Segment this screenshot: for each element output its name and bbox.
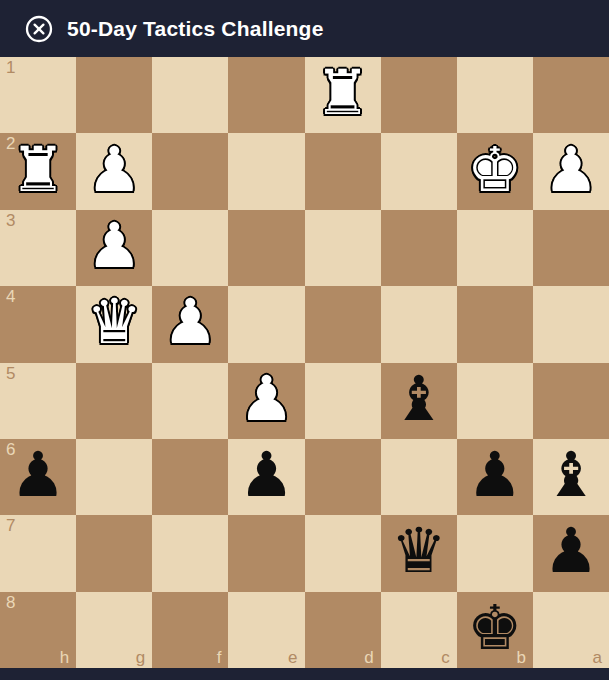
square-d2[interactable] bbox=[305, 133, 381, 209]
piece-white-pawn-g2[interactable]: ♟ bbox=[86, 139, 142, 201]
rank-label-3: 3 bbox=[6, 212, 15, 229]
rank-label-7: 7 bbox=[6, 517, 15, 534]
square-b7[interactable] bbox=[457, 515, 533, 591]
footer-strip bbox=[0, 668, 609, 680]
square-g7[interactable] bbox=[76, 515, 152, 591]
piece-white-rook-h2[interactable]: ♜ bbox=[10, 139, 66, 201]
square-g6[interactable] bbox=[76, 439, 152, 515]
square-g4[interactable]: ♛ bbox=[76, 286, 152, 362]
square-e3[interactable] bbox=[228, 210, 304, 286]
square-e5[interactable]: ♟ bbox=[228, 363, 304, 439]
square-h4[interactable]: 4 bbox=[0, 286, 76, 362]
square-b5[interactable] bbox=[457, 363, 533, 439]
rank-label-5: 5 bbox=[6, 365, 15, 382]
page-title: 50-Day Tactics Challenge bbox=[67, 17, 324, 41]
square-a7[interactable]: ♟ bbox=[533, 515, 609, 591]
square-h5[interactable]: 5 bbox=[0, 363, 76, 439]
square-a5[interactable] bbox=[533, 363, 609, 439]
square-c2[interactable] bbox=[381, 133, 457, 209]
square-f3[interactable] bbox=[152, 210, 228, 286]
square-a3[interactable] bbox=[533, 210, 609, 286]
piece-white-rook-d1[interactable]: ♜ bbox=[315, 62, 371, 124]
square-h8[interactable]: 8h bbox=[0, 592, 76, 668]
square-c3[interactable] bbox=[381, 210, 457, 286]
file-label-d: d bbox=[364, 649, 373, 666]
file-label-g: g bbox=[136, 649, 145, 666]
square-h6[interactable]: 6♟ bbox=[0, 439, 76, 515]
piece-black-pawn-h6[interactable]: ♟ bbox=[10, 444, 66, 506]
piece-white-pawn-f4[interactable]: ♟ bbox=[163, 291, 219, 353]
square-a4[interactable] bbox=[533, 286, 609, 362]
square-d7[interactable] bbox=[305, 515, 381, 591]
piece-black-pawn-e6[interactable]: ♟ bbox=[239, 444, 295, 506]
square-d6[interactable] bbox=[305, 439, 381, 515]
square-c1[interactable] bbox=[381, 57, 457, 133]
square-d3[interactable] bbox=[305, 210, 381, 286]
rank-label-1: 1 bbox=[6, 59, 15, 76]
square-h1[interactable]: 1 bbox=[0, 57, 76, 133]
square-d1[interactable]: ♜ bbox=[305, 57, 381, 133]
square-a8[interactable]: a bbox=[533, 592, 609, 668]
square-c5[interactable]: ♝ bbox=[381, 363, 457, 439]
square-h2[interactable]: 2♜ bbox=[0, 133, 76, 209]
piece-black-bishop-a6[interactable]: ♝ bbox=[543, 444, 599, 506]
square-g2[interactable]: ♟ bbox=[76, 133, 152, 209]
square-e1[interactable] bbox=[228, 57, 304, 133]
square-c6[interactable] bbox=[381, 439, 457, 515]
square-d5[interactable] bbox=[305, 363, 381, 439]
square-c7[interactable]: ♛ bbox=[381, 515, 457, 591]
square-d4[interactable] bbox=[305, 286, 381, 362]
square-g5[interactable] bbox=[76, 363, 152, 439]
square-a1[interactable] bbox=[533, 57, 609, 133]
piece-black-pawn-b6[interactable]: ♟ bbox=[467, 444, 523, 506]
square-b1[interactable] bbox=[457, 57, 533, 133]
square-g3[interactable]: ♟ bbox=[76, 210, 152, 286]
square-d8[interactable]: d bbox=[305, 592, 381, 668]
square-a6[interactable]: ♝ bbox=[533, 439, 609, 515]
square-b4[interactable] bbox=[457, 286, 533, 362]
square-e7[interactable] bbox=[228, 515, 304, 591]
square-f4[interactable]: ♟ bbox=[152, 286, 228, 362]
square-f5[interactable] bbox=[152, 363, 228, 439]
file-label-h: h bbox=[60, 649, 69, 666]
square-b6[interactable]: ♟ bbox=[457, 439, 533, 515]
square-f6[interactable] bbox=[152, 439, 228, 515]
rank-label-8: 8 bbox=[6, 594, 15, 611]
file-label-a: a bbox=[593, 649, 602, 666]
piece-black-queen-c7[interactable]: ♛ bbox=[391, 520, 447, 582]
piece-black-king-b8[interactable]: ♚ bbox=[467, 597, 523, 659]
chess-board: 1♜2♜♟♚♟3♟4♛♟5♟♝6♟♟♟♝7♛♟8hgfedcb♚a bbox=[0, 57, 609, 668]
square-b2[interactable]: ♚ bbox=[457, 133, 533, 209]
piece-black-pawn-a7[interactable]: ♟ bbox=[543, 520, 599, 582]
square-e4[interactable] bbox=[228, 286, 304, 362]
square-c8[interactable]: c bbox=[381, 592, 457, 668]
square-f1[interactable] bbox=[152, 57, 228, 133]
piece-white-queen-g4[interactable]: ♛ bbox=[86, 291, 142, 353]
square-c4[interactable] bbox=[381, 286, 457, 362]
square-b8[interactable]: b♚ bbox=[457, 592, 533, 668]
square-h3[interactable]: 3 bbox=[0, 210, 76, 286]
file-label-e: e bbox=[288, 649, 297, 666]
close-button[interactable] bbox=[25, 15, 53, 43]
file-label-c: c bbox=[441, 649, 450, 666]
square-e8[interactable]: e bbox=[228, 592, 304, 668]
square-f2[interactable] bbox=[152, 133, 228, 209]
rank-label-4: 4 bbox=[6, 288, 15, 305]
circled-x-icon bbox=[25, 15, 53, 43]
square-b3[interactable] bbox=[457, 210, 533, 286]
piece-white-pawn-e5[interactable]: ♟ bbox=[239, 368, 295, 430]
piece-white-pawn-a2[interactable]: ♟ bbox=[543, 139, 599, 201]
square-e6[interactable]: ♟ bbox=[228, 439, 304, 515]
piece-white-king-b2[interactable]: ♚ bbox=[467, 139, 523, 201]
square-h7[interactable]: 7 bbox=[0, 515, 76, 591]
square-g1[interactable] bbox=[76, 57, 152, 133]
file-label-f: f bbox=[217, 649, 222, 666]
square-f8[interactable]: f bbox=[152, 592, 228, 668]
piece-white-pawn-g3[interactable]: ♟ bbox=[86, 215, 142, 277]
square-f7[interactable] bbox=[152, 515, 228, 591]
square-g8[interactable]: g bbox=[76, 592, 152, 668]
square-a2[interactable]: ♟ bbox=[533, 133, 609, 209]
square-e2[interactable] bbox=[228, 133, 304, 209]
piece-black-bishop-c5[interactable]: ♝ bbox=[391, 368, 447, 430]
header-bar: 50-Day Tactics Challenge bbox=[0, 0, 609, 57]
